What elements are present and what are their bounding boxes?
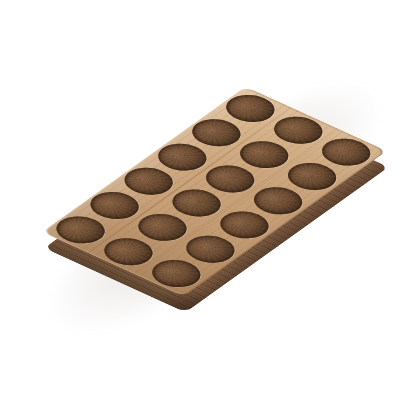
photo-canvas (0, 0, 400, 400)
